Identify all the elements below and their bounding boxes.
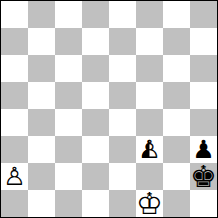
black-king-h2: ♚: [190, 163, 217, 190]
square-b4: [28, 109, 55, 136]
square-f7: [136, 28, 163, 55]
square-h1: [190, 190, 217, 217]
square-h6: [190, 55, 217, 82]
square-b6: [28, 55, 55, 82]
chess-board: ♟♟♙♟♟♙♚♚♔: [0, 0, 218, 218]
square-g3: [163, 136, 190, 163]
white-king-f1: ♚♔: [136, 190, 163, 217]
square-e5: [109, 82, 136, 109]
square-a5: [1, 82, 28, 109]
square-a2: ♟♙: [1, 163, 28, 190]
square-d2: [82, 163, 109, 190]
square-e8: [109, 1, 136, 28]
square-a6: [1, 55, 28, 82]
square-d1: [82, 190, 109, 217]
square-h8: [190, 1, 217, 28]
square-c5: [55, 82, 82, 109]
square-h4: [190, 109, 217, 136]
square-f1: ♚♔: [136, 190, 163, 217]
square-c1: [55, 190, 82, 217]
square-a7: [1, 28, 28, 55]
square-d4: [82, 109, 109, 136]
square-g2: [163, 163, 190, 190]
square-a4: [1, 109, 28, 136]
square-g1: [163, 190, 190, 217]
square-g5: [163, 82, 190, 109]
square-f3: ♟♟♙: [136, 136, 163, 163]
square-e6: [109, 55, 136, 82]
square-g6: [163, 55, 190, 82]
square-h5: [190, 82, 217, 109]
square-d7: [82, 28, 109, 55]
square-b3: [28, 136, 55, 163]
neutral-pawn-f3: ♟♟♙: [136, 136, 163, 163]
square-c6: [55, 55, 82, 82]
square-b7: [28, 28, 55, 55]
square-f8: [136, 1, 163, 28]
square-c4: [55, 109, 82, 136]
chess-diagram: ♟♟♙♟♟♙♚♚♔: [0, 0, 218, 218]
square-h7: [190, 28, 217, 55]
square-b5: [28, 82, 55, 109]
square-a8: [1, 1, 28, 28]
square-c8: [55, 1, 82, 28]
square-d5: [82, 82, 109, 109]
square-e4: [109, 109, 136, 136]
square-b2: [28, 163, 55, 190]
square-g8: [163, 1, 190, 28]
square-f4: [136, 109, 163, 136]
square-h2: ♚: [190, 163, 217, 190]
square-f6: [136, 55, 163, 82]
square-c2: [55, 163, 82, 190]
square-c3: [55, 136, 82, 163]
square-a3: [1, 136, 28, 163]
square-b1: [28, 190, 55, 217]
square-e1: [109, 190, 136, 217]
square-b8: [28, 1, 55, 28]
square-c7: [55, 28, 82, 55]
square-e7: [109, 28, 136, 55]
square-e2: [109, 163, 136, 190]
square-d3: [82, 136, 109, 163]
square-f5: [136, 82, 163, 109]
square-g4: [163, 109, 190, 136]
square-g7: [163, 28, 190, 55]
square-d8: [82, 1, 109, 28]
square-d6: [82, 55, 109, 82]
square-a1: [1, 190, 28, 217]
square-e3: [109, 136, 136, 163]
white-pawn-a2: ♟♙: [1, 163, 28, 190]
